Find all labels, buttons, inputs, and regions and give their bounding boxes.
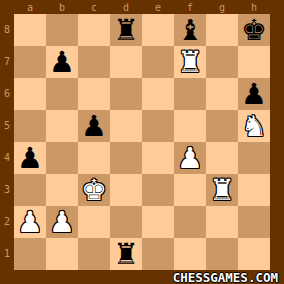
rank-label-8: 8: [0, 14, 14, 46]
piece-white-rook: ♜: [209, 174, 235, 206]
square-f1: [174, 238, 206, 270]
square-d6: [110, 78, 142, 110]
piece-black-king: ♚: [241, 14, 267, 46]
file-labels: abcdefgh: [14, 0, 270, 14]
piece-white-pawn: ♟: [17, 206, 43, 238]
square-c1: [78, 238, 110, 270]
square-e1: [142, 238, 174, 270]
square-g3: ♜: [206, 174, 238, 206]
square-f7: ♜: [174, 46, 206, 78]
file-label-e: e: [142, 0, 174, 14]
square-e6: [142, 78, 174, 110]
square-e7: [142, 46, 174, 78]
square-h3: [238, 174, 270, 206]
file-label-a: a: [14, 0, 46, 14]
square-g2: [206, 206, 238, 238]
square-h4: [238, 142, 270, 174]
square-c3: ♚: [78, 174, 110, 206]
square-h8: ♚: [238, 14, 270, 46]
piece-white-knight: ♞: [241, 110, 267, 142]
square-f4: ♟: [174, 142, 206, 174]
square-h5: ♞: [238, 110, 270, 142]
chess-board-frame: abcdefgh 87654321 ♜♝♚♟♜♟♟♞♟♟♚♜♟♟♜ CHESSG…: [0, 0, 284, 284]
rank-labels: 87654321: [0, 14, 14, 270]
file-label-h: h: [238, 0, 270, 14]
square-b4: [46, 142, 78, 174]
square-b2: ♟: [46, 206, 78, 238]
piece-black-rook: ♜: [113, 238, 139, 270]
rank-label-6: 6: [0, 78, 14, 110]
file-label-f: f: [174, 0, 206, 14]
square-e2: [142, 206, 174, 238]
square-b6: [46, 78, 78, 110]
file-label-b: b: [46, 0, 78, 14]
file-label-c: c: [78, 0, 110, 14]
square-c5: ♟: [78, 110, 110, 142]
square-e4: [142, 142, 174, 174]
square-a5: [14, 110, 46, 142]
rank-label-3: 3: [0, 174, 14, 206]
square-h6: ♟: [238, 78, 270, 110]
square-g5: [206, 110, 238, 142]
square-a8: [14, 14, 46, 46]
square-a7: [14, 46, 46, 78]
square-d3: [110, 174, 142, 206]
square-d7: [110, 46, 142, 78]
square-b8: [46, 14, 78, 46]
square-b7: ♟: [46, 46, 78, 78]
square-g8: [206, 14, 238, 46]
rank-label-4: 4: [0, 142, 14, 174]
square-a1: [14, 238, 46, 270]
square-c4: [78, 142, 110, 174]
piece-white-pawn: ♟: [49, 206, 75, 238]
square-d8: ♜: [110, 14, 142, 46]
rank-label-5: 5: [0, 110, 14, 142]
square-a3: [14, 174, 46, 206]
square-b1: [46, 238, 78, 270]
piece-white-king: ♚: [81, 174, 107, 206]
square-f6: [174, 78, 206, 110]
file-label-g: g: [206, 0, 238, 14]
square-e5: [142, 110, 174, 142]
square-f3: [174, 174, 206, 206]
rank-label-1: 1: [0, 238, 14, 270]
piece-black-pawn: ♟: [17, 142, 43, 174]
square-e8: [142, 14, 174, 46]
piece-black-rook: ♜: [113, 14, 139, 46]
piece-black-bishop: ♝: [177, 14, 203, 46]
chess-board: ♜♝♚♟♜♟♟♞♟♟♚♜♟♟♜: [14, 14, 270, 270]
square-d2: [110, 206, 142, 238]
square-d5: [110, 110, 142, 142]
square-h7: [238, 46, 270, 78]
piece-white-rook: ♜: [177, 46, 203, 78]
piece-black-pawn: ♟: [49, 46, 75, 78]
chessgames-watermark: CHESSGAMES.COM: [173, 270, 278, 284]
square-a4: ♟: [14, 142, 46, 174]
square-f2: [174, 206, 206, 238]
piece-white-pawn: ♟: [177, 142, 203, 174]
square-a2: ♟: [14, 206, 46, 238]
square-e3: [142, 174, 174, 206]
square-b5: [46, 110, 78, 142]
square-h1: [238, 238, 270, 270]
rank-label-7: 7: [0, 46, 14, 78]
square-c6: [78, 78, 110, 110]
square-d4: [110, 142, 142, 174]
square-g7: [206, 46, 238, 78]
square-f8: ♝: [174, 14, 206, 46]
rank-label-2: 2: [0, 206, 14, 238]
square-g6: [206, 78, 238, 110]
square-b3: [46, 174, 78, 206]
square-g1: [206, 238, 238, 270]
square-g4: [206, 142, 238, 174]
square-f5: [174, 110, 206, 142]
square-a6: [14, 78, 46, 110]
square-c8: [78, 14, 110, 46]
square-c2: [78, 206, 110, 238]
square-d1: ♜: [110, 238, 142, 270]
piece-black-pawn: ♟: [241, 78, 267, 110]
piece-black-pawn: ♟: [81, 110, 107, 142]
square-h2: [238, 206, 270, 238]
square-c7: [78, 46, 110, 78]
file-label-d: d: [110, 0, 142, 14]
